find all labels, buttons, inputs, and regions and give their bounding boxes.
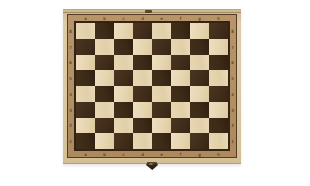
square-h8[interactable]: [209, 23, 228, 39]
square-d2[interactable]: [133, 118, 152, 134]
square-g7[interactable]: [190, 39, 209, 55]
rank-label: 4: [232, 91, 235, 96]
square-h5[interactable]: [209, 70, 228, 86]
square-g2[interactable]: [190, 118, 209, 134]
square-d6[interactable]: [133, 55, 152, 71]
hinge-icon: [145, 10, 152, 13]
square-c5[interactable]: [114, 70, 133, 86]
square-a1[interactable]: [76, 133, 95, 149]
rank-label: 6: [70, 60, 73, 65]
square-b8[interactable]: [95, 23, 114, 39]
file-label: e: [160, 151, 163, 156]
square-b6[interactable]: [95, 55, 114, 71]
file-label: f: [179, 151, 182, 156]
file-label: h: [217, 151, 220, 156]
file-label: a: [84, 15, 87, 20]
square-e6[interactable]: [152, 55, 171, 71]
square-d3[interactable]: [133, 102, 152, 118]
inner-frame: [74, 21, 230, 151]
square-g4[interactable]: [190, 86, 209, 102]
rank-label: 8: [70, 28, 73, 33]
rank-label: 2: [70, 123, 73, 128]
square-c1[interactable]: [114, 133, 133, 149]
rank-label: 8: [232, 28, 235, 33]
latch-clasp-icon: [146, 162, 158, 170]
square-b1[interactable]: [95, 133, 114, 149]
square-a4[interactable]: [76, 86, 95, 102]
square-d1[interactable]: [133, 133, 152, 149]
file-label: c: [122, 15, 125, 20]
file-label: d: [141, 151, 144, 156]
square-g6[interactable]: [190, 55, 209, 71]
board-frame: abcdefgh abcdefgh 87654321 87654321: [67, 14, 237, 158]
square-f8[interactable]: [171, 23, 190, 39]
square-e5[interactable]: [152, 70, 171, 86]
square-b7[interactable]: [95, 39, 114, 55]
square-f5[interactable]: [171, 70, 190, 86]
file-labels-bottom: abcdefgh: [76, 151, 228, 157]
square-c2[interactable]: [114, 118, 133, 134]
square-a5[interactable]: [76, 70, 95, 86]
file-label: f: [179, 15, 182, 20]
rank-label: 1: [232, 139, 235, 144]
file-label: g: [198, 151, 201, 156]
square-a7[interactable]: [76, 39, 95, 55]
square-d4[interactable]: [133, 86, 152, 102]
rank-label: 5: [70, 76, 73, 81]
square-b2[interactable]: [95, 118, 114, 134]
square-c6[interactable]: [114, 55, 133, 71]
fold-seam: [63, 12, 241, 13]
square-a2[interactable]: [76, 118, 95, 134]
square-b4[interactable]: [95, 86, 114, 102]
rank-labels-right: 87654321: [230, 23, 236, 149]
square-c3[interactable]: [114, 102, 133, 118]
square-h2[interactable]: [209, 118, 228, 134]
file-label: e: [160, 15, 163, 20]
square-d5[interactable]: [133, 70, 152, 86]
square-e3[interactable]: [152, 102, 171, 118]
file-label: c: [122, 151, 125, 156]
rank-label: 7: [70, 44, 73, 49]
latch-glint: [149, 163, 153, 165]
square-e4[interactable]: [152, 86, 171, 102]
file-label: a: [84, 151, 87, 156]
file-label: g: [198, 15, 201, 20]
square-h1[interactable]: [209, 133, 228, 149]
photo-background: abcdefgh abcdefgh 87654321 87654321: [0, 0, 310, 186]
square-g1[interactable]: [190, 133, 209, 149]
square-c4[interactable]: [114, 86, 133, 102]
rank-label: 7: [232, 44, 235, 49]
file-label: h: [217, 15, 220, 20]
square-h7[interactable]: [209, 39, 228, 55]
rank-label: 6: [232, 60, 235, 65]
square-e7[interactable]: [152, 39, 171, 55]
square-d7[interactable]: [133, 39, 152, 55]
square-d8[interactable]: [133, 23, 152, 39]
file-label: d: [141, 15, 144, 20]
square-b3[interactable]: [95, 102, 114, 118]
square-c7[interactable]: [114, 39, 133, 55]
square-f6[interactable]: [171, 55, 190, 71]
rank-label: 3: [70, 107, 73, 112]
square-e8[interactable]: [152, 23, 171, 39]
square-c8[interactable]: [114, 23, 133, 39]
rank-label: 1: [70, 139, 73, 144]
rank-label: 5: [232, 76, 235, 81]
square-f4[interactable]: [171, 86, 190, 102]
square-g5[interactable]: [190, 70, 209, 86]
rank-label: 3: [232, 107, 235, 112]
square-a3[interactable]: [76, 102, 95, 118]
square-f3[interactable]: [171, 102, 190, 118]
square-f7[interactable]: [171, 39, 190, 55]
file-label: b: [103, 15, 106, 20]
file-label: b: [103, 151, 106, 156]
square-g3[interactable]: [190, 102, 209, 118]
square-h3[interactable]: [209, 102, 228, 118]
square-b5[interactable]: [95, 70, 114, 86]
square-e1[interactable]: [152, 133, 171, 149]
square-f1[interactable]: [171, 133, 190, 149]
square-h6[interactable]: [209, 55, 228, 71]
square-g8[interactable]: [190, 23, 209, 39]
square-a8[interactable]: [76, 23, 95, 39]
board-grid: [76, 23, 228, 149]
chess-board: abcdefgh abcdefgh 87654321 87654321: [63, 9, 241, 164]
square-h4[interactable]: [209, 86, 228, 102]
square-e2[interactable]: [152, 118, 171, 134]
rank-label: 2: [232, 123, 235, 128]
square-a6[interactable]: [76, 55, 95, 71]
rank-label: 4: [70, 91, 73, 96]
square-f2[interactable]: [171, 118, 190, 134]
